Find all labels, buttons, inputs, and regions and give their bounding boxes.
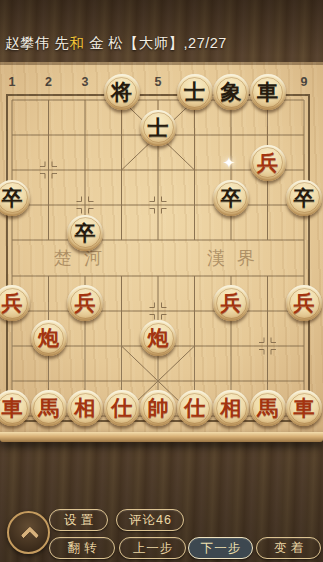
piece-red-r10c6[interactable]: 仕 <box>177 390 213 426</box>
flip-board-button[interactable]: 翻转 <box>49 537 115 559</box>
piece-glyph: 象 <box>221 81 242 102</box>
piece-red-r10c8[interactable]: 馬 <box>250 390 286 426</box>
piece-glyph: 卒 <box>2 187 23 208</box>
piece-red-r10c7[interactable]: 相 <box>213 390 249 426</box>
match-result-draw: 和 <box>70 35 85 51</box>
piece-red-r7c1[interactable]: 兵 <box>0 285 30 321</box>
match-player-black-moves: 金 松【大师】,27/27 <box>85 35 227 51</box>
piece-red-r8c5[interactable]: 炮 <box>140 320 176 356</box>
piece-black-r1c6[interactable]: 士 <box>177 74 213 110</box>
piece-red-r10c4[interactable]: 仕 <box>104 390 140 426</box>
piece-glyph: 士 <box>148 117 169 138</box>
piece-black-r1c4[interactable]: 将 <box>104 74 140 110</box>
match-player-red-result: 赵攀伟 先 <box>5 35 70 51</box>
piece-glyph: 仕 <box>184 397 205 418</box>
piece-glyph: 兵 <box>221 292 242 313</box>
piece-red-r10c9[interactable]: 車 <box>286 390 322 426</box>
comments-button[interactable]: 评论46 <box>116 509 184 531</box>
piece-black-r1c8[interactable]: 車 <box>250 74 286 110</box>
piece-glyph: 馬 <box>38 397 59 418</box>
piece-black-r2c5[interactable]: 士 <box>140 110 176 146</box>
next-move-button[interactable]: 下一步 <box>188 537 253 559</box>
piece-glyph: 相 <box>221 397 242 418</box>
chevron-up-icon <box>21 526 39 544</box>
piece-glyph: 相 <box>75 397 96 418</box>
piece-red-r10c1[interactable]: 車 <box>0 390 30 426</box>
pieces-layer: ✦ 将士象車士兵卒卒卒卒兵兵兵兵炮炮車馬相仕帥仕相馬車 <box>0 75 322 426</box>
piece-glyph: 兵 <box>294 292 315 313</box>
piece-glyph: 仕 <box>111 397 132 418</box>
piece-black-r4c1[interactable]: 卒 <box>0 180 30 216</box>
piece-glyph: 卒 <box>221 187 242 208</box>
piece-red-r10c2[interactable]: 馬 <box>31 390 67 426</box>
xiangqi-app: 赵攀伟 先和 金 松【大师】,27/27 123456789 楚河 漢界 ✦ 将… <box>0 0 323 562</box>
piece-glyph: 兵 <box>75 292 96 313</box>
sparkle-effect: ✦ <box>223 155 236 170</box>
piece-black-r4c7[interactable]: 卒 <box>213 180 249 216</box>
piece-glyph: 兵 <box>2 292 23 313</box>
piece-black-r5c3[interactable]: 卒 <box>67 215 103 251</box>
piece-glyph: 馬 <box>257 397 278 418</box>
piece-glyph: 兵 <box>257 152 278 173</box>
piece-red-r3c8[interactable]: 兵 <box>250 145 286 181</box>
piece-glyph: 卒 <box>75 222 96 243</box>
match-info: 赵攀伟 先和 金 松【大师】,27/27 <box>5 33 320 53</box>
piece-glyph: 卒 <box>294 187 315 208</box>
piece-glyph: 炮 <box>148 327 169 348</box>
piece-red-r10c5[interactable]: 帥 <box>140 390 176 426</box>
piece-glyph: 将 <box>111 81 132 102</box>
piece-black-r4c9[interactable]: 卒 <box>286 180 322 216</box>
piece-red-r8c2[interactable]: 炮 <box>31 320 67 356</box>
piece-glyph: 炮 <box>38 327 59 348</box>
piece-red-r7c9[interactable]: 兵 <box>286 285 322 321</box>
piece-red-r10c3[interactable]: 相 <box>67 390 103 426</box>
previous-move-button[interactable]: 上一步 <box>119 537 186 559</box>
piece-glyph: 帥 <box>148 397 169 418</box>
piece-glyph: 車 <box>257 81 278 102</box>
variation-button[interactable]: 变着 <box>256 537 321 559</box>
piece-glyph: 車 <box>294 397 315 418</box>
expand-button[interactable] <box>7 511 50 554</box>
board-front-edge <box>0 432 323 442</box>
piece-red-r7c3[interactable]: 兵 <box>67 285 103 321</box>
settings-button[interactable]: 设置 <box>49 509 108 531</box>
piece-red-r7c7[interactable]: 兵 <box>213 285 249 321</box>
piece-glyph: 士 <box>184 81 205 102</box>
piece-glyph: 車 <box>2 397 23 418</box>
piece-black-r1c7[interactable]: 象 <box>213 74 249 110</box>
